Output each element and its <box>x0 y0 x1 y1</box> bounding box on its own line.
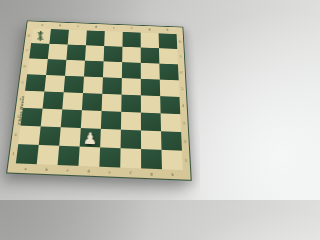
square-g6[interactable] <box>141 63 160 80</box>
rank-label-6: 6 <box>180 69 183 76</box>
white-pawn[interactable]: ♟ <box>83 131 98 147</box>
square-b2[interactable] <box>39 126 61 145</box>
square-b1[interactable] <box>37 145 59 165</box>
squares-grid: ⚜⚜♟ <box>16 28 183 170</box>
square-d5[interactable] <box>83 77 103 94</box>
corner-emblem-icon: ⚜⚜ <box>29 27 51 45</box>
rank-label-7: 7 <box>25 47 29 54</box>
square-g7[interactable] <box>141 47 160 63</box>
square-c4[interactable] <box>62 92 83 110</box>
square-b5[interactable] <box>44 75 65 92</box>
square-c8[interactable] <box>68 30 87 46</box>
square-d3[interactable] <box>81 110 102 129</box>
file-label-d: d <box>84 170 93 174</box>
square-f4[interactable] <box>121 95 141 113</box>
square-c7[interactable] <box>66 45 86 61</box>
square-g8[interactable] <box>141 33 159 49</box>
rank-label-5: 5 <box>21 79 25 86</box>
square-a2[interactable] <box>18 126 40 145</box>
square-a5[interactable] <box>25 74 46 91</box>
square-c1[interactable] <box>58 146 80 166</box>
square-e1[interactable] <box>99 147 120 167</box>
square-e6[interactable] <box>103 61 122 78</box>
square-g2[interactable] <box>141 130 162 149</box>
rank-label-8: 8 <box>27 32 30 38</box>
rank-label-8: 8 <box>179 38 182 44</box>
file-label-f: f <box>128 27 136 30</box>
square-h6[interactable] <box>159 64 178 81</box>
file-label-g: g <box>147 172 156 176</box>
square-b3[interactable] <box>41 109 63 128</box>
square-b8[interactable] <box>49 29 69 45</box>
rank-label-1: 1 <box>11 149 15 157</box>
square-h3[interactable] <box>161 113 182 132</box>
square-a3[interactable] <box>21 108 43 127</box>
file-label-f: f <box>126 171 135 175</box>
square-g1[interactable] <box>141 149 162 169</box>
square-c6[interactable] <box>65 60 85 77</box>
square-a8[interactable]: ⚜⚜ <box>31 28 51 43</box>
square-e7[interactable] <box>104 46 123 62</box>
square-f7[interactable] <box>122 47 141 63</box>
square-f5[interactable] <box>122 78 141 95</box>
square-e5[interactable] <box>102 77 122 94</box>
square-f6[interactable] <box>122 62 141 79</box>
file-label-h: h <box>168 173 177 177</box>
file-label-d: d <box>92 26 100 29</box>
square-d8[interactable] <box>86 30 105 46</box>
square-h7[interactable] <box>159 48 178 64</box>
file-label-a: a <box>39 23 47 26</box>
file-label-a: a <box>21 167 30 171</box>
rank-label-2: 2 <box>183 137 186 145</box>
file-label-c: c <box>63 169 72 173</box>
vinyl-mat: abcdefgh abcdefgh 87654321 87654321 Ches… <box>6 20 192 180</box>
square-f8[interactable] <box>122 32 140 48</box>
file-label-g: g <box>146 28 154 31</box>
square-g5[interactable] <box>141 79 160 96</box>
square-e4[interactable] <box>102 94 122 112</box>
file-label-b: b <box>56 24 64 27</box>
square-h5[interactable] <box>160 80 180 97</box>
square-a6[interactable] <box>27 58 48 75</box>
square-g3[interactable] <box>141 113 161 132</box>
square-d2[interactable]: ♟ <box>80 128 101 147</box>
square-c5[interactable] <box>64 76 84 93</box>
square-f1[interactable] <box>120 148 141 168</box>
square-d1[interactable] <box>78 147 100 167</box>
rank-label-3: 3 <box>183 119 186 127</box>
square-f3[interactable] <box>121 112 141 131</box>
square-d7[interactable] <box>85 45 104 61</box>
square-b7[interactable] <box>48 44 68 60</box>
square-b6[interactable] <box>46 59 66 76</box>
square-b4[interactable] <box>43 92 64 110</box>
rank-label-2: 2 <box>14 131 18 139</box>
file-label-e: e <box>110 26 118 29</box>
rank-label-6: 6 <box>23 63 27 70</box>
rank-label-7: 7 <box>179 53 182 60</box>
rank-label-1: 1 <box>184 156 187 164</box>
square-h8[interactable] <box>159 33 178 49</box>
chess-board: abcdefgh abcdefgh 87654321 87654321 Ches… <box>6 20 192 180</box>
square-e8[interactable] <box>104 31 123 47</box>
rank-label-5: 5 <box>181 85 184 92</box>
square-a4[interactable] <box>23 91 44 109</box>
square-a1[interactable] <box>16 144 39 164</box>
square-e2[interactable] <box>100 129 121 148</box>
file-label-e: e <box>105 170 114 174</box>
square-h2[interactable] <box>161 131 182 150</box>
square-a7[interactable] <box>29 43 49 59</box>
square-d6[interactable] <box>84 61 104 78</box>
square-d4[interactable] <box>82 93 102 111</box>
file-label-c: c <box>74 25 82 28</box>
file-label-b: b <box>42 168 51 172</box>
square-e3[interactable] <box>101 111 121 130</box>
square-f2[interactable] <box>121 130 141 149</box>
square-h4[interactable] <box>160 96 180 114</box>
rank-label-4: 4 <box>182 102 185 109</box>
file-label-h: h <box>164 28 172 31</box>
background-cloth: { "game": "chess", "scene": "green and b… <box>0 0 200 200</box>
square-c3[interactable] <box>61 109 82 128</box>
square-c2[interactable] <box>59 127 81 146</box>
square-g4[interactable] <box>141 95 161 113</box>
square-h1[interactable] <box>161 150 182 170</box>
